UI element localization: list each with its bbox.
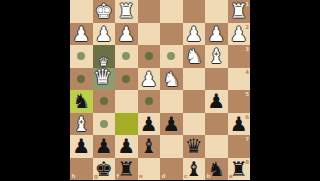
move-dest-dot [100,97,108,105]
square-d6[interactable]: ♟ [160,113,183,136]
piece-bN[interactable]: ♞ [70,90,93,113]
piece-wN[interactable]: ♞ [160,68,183,91]
square-overlay [205,113,228,136]
square-overlay [183,0,206,23]
square-overlay [183,68,206,91]
square-h4[interactable] [70,68,93,91]
square-h7[interactable]: ♟ [70,135,93,158]
square-h8[interactable]: h [70,158,93,181]
square-f6[interactable] [115,113,138,136]
square-f1[interactable]: ♜ [115,0,138,23]
move-dest-dot [77,52,85,60]
piece-bB[interactable]: ♝ [183,158,206,181]
file-label-e: e [139,173,143,179]
square-overlay [228,68,251,91]
square-overlay [205,0,228,23]
square-a8[interactable]: ♜8a [228,158,251,181]
square-d4[interactable]: ♞ [160,68,183,91]
video-frame-background: ♚♜♜1♟♟♟♟♟♟2♛♞♝3♛♟♞4♞♟5♝♟♟♟6♟♟♟♝♛7h♚g♜fed… [0,0,320,180]
square-overlay [138,0,161,23]
square-b6[interactable] [205,113,228,136]
square-f2[interactable]: ♟ [115,23,138,46]
move-dest-dot [77,75,85,83]
file-label-h: h [72,173,76,179]
piece-wP[interactable]: ♟ [115,23,138,46]
rank-label-3: 3 [245,46,249,52]
square-e2[interactable] [138,23,161,46]
square-overlay [228,135,251,158]
square-c8[interactable]: ♝c [183,158,206,181]
square-f4[interactable] [115,68,138,91]
square-h6[interactable]: ♝ [70,113,93,136]
piece-bP[interactable]: ♟ [228,113,251,136]
square-a7[interactable]: 7 [228,135,251,158]
rank-label-7: 7 [245,136,249,142]
square-e5[interactable] [138,90,161,113]
square-g7[interactable]: ♟ [93,135,116,158]
square-b4[interactable] [205,68,228,91]
square-overlay [70,158,93,181]
square-overlay [183,90,206,113]
piece-wR[interactable]: ♜ [115,0,138,23]
piece-wP[interactable]: ♟ [138,68,161,91]
square-b8[interactable]: ♞b [205,158,228,181]
rank-label-4: 4 [245,69,249,75]
square-e8[interactable]: e [138,158,161,181]
square-f5[interactable] [115,90,138,113]
move-dest-dot [167,52,175,60]
last-move-highlight [115,113,138,136]
square-overlay [228,45,251,68]
move-dest-dot [122,52,130,60]
piece-bQ[interactable]: ♛ [183,135,206,158]
square-e4[interactable]: ♟ [138,68,161,91]
square-c3[interactable]: ♞ [183,45,206,68]
piece-bR[interactable]: ♜ [228,158,251,181]
piece-wP[interactable]: ♟ [205,23,228,46]
square-g1[interactable]: ♚ [93,0,116,23]
file-label-d: d [162,173,166,179]
piece-wK[interactable]: ♚ [93,0,116,23]
square-a6[interactable]: ♟6 [228,113,251,136]
square-h1[interactable] [70,0,93,23]
piece-wB[interactable]: ♝ [205,45,228,68]
piece-wR[interactable]: ♜ [228,0,251,23]
piece-wP[interactable]: ♟ [183,23,206,46]
square-c6[interactable] [183,113,206,136]
square-f8[interactable]: ♜f [115,158,138,181]
square-c5[interactable] [183,90,206,113]
move-dest-dot [145,97,153,105]
square-overlay [115,90,138,113]
piece-wN[interactable]: ♞ [183,45,206,68]
square-c7[interactable]: ♛ [183,135,206,158]
piece-bR[interactable]: ♜ [115,158,138,181]
square-g2[interactable]: ♟ [93,23,116,46]
square-overlay [183,113,206,136]
square-c1[interactable] [183,0,206,23]
square-overlay [160,23,183,46]
square-a4[interactable]: 4 [228,68,251,91]
piece-bN[interactable]: ♞ [205,158,228,181]
square-a1[interactable]: ♜1 [228,0,251,23]
piece-bP[interactable]: ♟ [115,135,138,158]
square-g6[interactable] [93,113,116,136]
square-overlay [70,0,93,23]
square-d7[interactable] [160,135,183,158]
piece-bK[interactable]: ♚ [93,158,116,181]
piece-bB[interactable]: ♝ [138,135,161,158]
square-e3[interactable] [138,45,161,68]
square-d1[interactable] [160,0,183,23]
piece-wP[interactable]: ♟ [70,23,93,46]
square-overlay [205,135,228,158]
square-f3[interactable] [115,45,138,68]
square-g5[interactable] [93,90,116,113]
dragged-piece-wQ[interactable]: ♛ [92,66,115,89]
piece-bP[interactable]: ♟ [93,135,116,158]
square-b7[interactable] [205,135,228,158]
square-a5[interactable]: 5 [228,90,251,113]
square-e6[interactable]: ♟ [138,113,161,136]
square-overlay [160,90,183,113]
rank-label-5: 5 [245,91,249,97]
square-d8[interactable]: d [160,158,183,181]
piece-bP[interactable]: ♟ [160,113,183,136]
square-b5[interactable]: ♟ [205,90,228,113]
square-g8[interactable]: ♚g [93,158,116,181]
square-overlay [228,90,251,113]
piece-bP[interactable]: ♟ [205,90,228,113]
square-a3[interactable]: 3 [228,45,251,68]
square-d2[interactable] [160,23,183,46]
square-overlay [160,135,183,158]
square-overlay [160,158,183,181]
square-f7[interactable]: ♟ [115,135,138,158]
square-overlay [205,68,228,91]
square-h5[interactable]: ♞ [70,90,93,113]
move-dest-dot [122,75,130,83]
square-h3[interactable] [70,45,93,68]
square-g4[interactable]: ♛ [93,68,116,91]
square-a2[interactable]: ♟2 [228,23,251,46]
square-c2[interactable]: ♟ [183,23,206,46]
square-b1[interactable] [205,0,228,23]
piece-bP[interactable]: ♟ [70,135,93,158]
piece-wP[interactable]: ♟ [93,23,116,46]
square-b2[interactable]: ♟ [205,23,228,46]
square-d3[interactable] [160,45,183,68]
piece-wP[interactable]: ♟ [228,23,251,46]
square-d5[interactable] [160,90,183,113]
square-overlay [138,23,161,46]
chess-board[interactable]: ♚♜♜1♟♟♟♟♟♟2♛♞♝3♛♟♞4♞♟5♝♟♟♟6♟♟♟♝♛7h♚g♜fed… [70,0,250,180]
square-c4[interactable] [183,68,206,91]
square-overlay [138,158,161,181]
piece-bP[interactable]: ♟ [138,113,161,136]
square-e7[interactable]: ♝ [138,135,161,158]
square-b3[interactable]: ♝ [205,45,228,68]
square-e1[interactable] [138,0,161,23]
square-h2[interactable]: ♟ [70,23,93,46]
move-dest-dot [100,120,108,128]
square-overlay [160,0,183,23]
move-dest-dot [145,52,153,60]
piece-wB[interactable]: ♝ [70,113,93,136]
